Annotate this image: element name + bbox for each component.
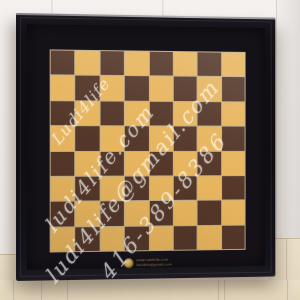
- square-r2c7: [198, 77, 221, 101]
- square-r5c4: [125, 151, 148, 175]
- square-r7c1: [51, 202, 75, 226]
- square-r1c1: [51, 50, 75, 74]
- square-r2c6: [174, 77, 197, 101]
- square-r7c8: [222, 201, 245, 225]
- square-r3c8: [222, 102, 245, 126]
- square-r6c2: [76, 177, 100, 201]
- square-r2c5: [149, 77, 172, 101]
- square-r8c4: [125, 226, 148, 250]
- square-r4c6: [174, 127, 197, 151]
- door-moulding-line: [13, 280, 15, 300]
- square-r4c2: [76, 126, 100, 150]
- square-r6c6: [174, 176, 197, 200]
- square-r1c7: [198, 52, 221, 76]
- chessboard: [50, 49, 246, 252]
- square-r6c4: [125, 176, 148, 200]
- square-r5c2: [76, 151, 100, 175]
- square-r2c2: [76, 76, 100, 100]
- square-r2c1: [51, 76, 75, 100]
- square-r3c3: [100, 101, 124, 125]
- square-r8c3: [100, 226, 124, 250]
- door-moulding-line: [67, 280, 69, 300]
- square-r6c1: [51, 177, 75, 201]
- square-r1c8: [222, 53, 245, 77]
- square-r3c2: [76, 101, 100, 125]
- square-r5c1: [51, 151, 75, 175]
- square-r4c4: [125, 126, 148, 150]
- square-r3c1: [51, 101, 75, 125]
- square-r4c8: [222, 127, 245, 151]
- square-r1c3: [100, 51, 124, 75]
- picture-frame: www.ludi4life.com ludi4life@gmail.com: [16, 13, 275, 281]
- square-r7c3: [100, 201, 124, 225]
- square-r3c4: [125, 101, 148, 125]
- square-r6c5: [149, 176, 172, 200]
- square-r2c4: [125, 76, 148, 100]
- square-r6c3: [100, 176, 124, 200]
- square-r8c7: [198, 225, 221, 249]
- square-r7c5: [149, 201, 172, 225]
- square-r5c3: [100, 151, 124, 175]
- plaque-text: www.ludi4life.com ludi4life@gmail.com: [136, 257, 172, 267]
- door-moulding-line: [218, 280, 220, 300]
- square-r1c6: [174, 52, 197, 76]
- square-r7c7: [198, 201, 221, 225]
- square-r1c2: [76, 51, 100, 75]
- square-r5c7: [198, 151, 221, 175]
- square-r8c5: [149, 226, 172, 250]
- square-r4c1: [51, 126, 75, 150]
- square-r7c6: [174, 201, 197, 225]
- square-r5c5: [149, 151, 172, 175]
- square-r6c7: [198, 176, 221, 200]
- square-r4c7: [198, 127, 221, 151]
- door-moulding-line: [287, 280, 289, 300]
- square-r8c6: [174, 226, 197, 250]
- brand-logo-icon: [124, 258, 134, 268]
- square-r8c8: [222, 225, 245, 249]
- square-r8c2: [76, 227, 100, 251]
- square-r3c7: [198, 102, 221, 126]
- square-r4c3: [100, 126, 124, 150]
- square-r5c8: [222, 151, 245, 175]
- square-r2c8: [222, 77, 245, 101]
- door-moulding-line: [41, 280, 43, 300]
- square-r5c6: [174, 151, 197, 175]
- square-r4c5: [149, 126, 172, 150]
- square-r1c4: [125, 51, 148, 75]
- square-r6c8: [222, 176, 245, 200]
- maker-plaque: www.ludi4life.com ludi4life@gmail.com: [124, 251, 210, 273]
- door-panel-bottom: [0, 280, 300, 300]
- square-r8c1: [51, 227, 75, 252]
- door-moulding-line: [224, 280, 226, 300]
- square-r7c4: [125, 201, 148, 225]
- product-photo: www.ludi4life.com ludi4life@gmail.com Lu…: [0, 0, 300, 300]
- square-r3c5: [149, 102, 172, 126]
- square-r2c3: [100, 76, 124, 100]
- plaque-email: ludi4life@gmail.com: [136, 262, 172, 268]
- square-r7c2: [76, 202, 100, 226]
- square-r3c6: [174, 102, 197, 126]
- square-r1c5: [149, 52, 172, 76]
